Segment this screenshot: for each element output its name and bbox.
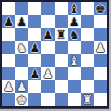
piece-black-bishop-f8: ♝ (69, 3, 80, 15)
square-f2[interactable] (68, 80, 81, 93)
square-f3[interactable] (68, 67, 81, 80)
piece-white-rook-g1: ♜ (82, 94, 93, 106)
piece-white-pawn-d3: ♟ (43, 68, 54, 80)
square-h5[interactable]: ♟ (94, 41, 107, 54)
square-a2[interactable]: ♟ (2, 80, 15, 93)
square-b1[interactable]: ♚ (15, 93, 28, 106)
square-f8[interactable]: ♝ (68, 2, 81, 15)
square-h1[interactable] (94, 93, 107, 106)
square-e6[interactable]: ♜ (55, 28, 68, 41)
square-g2[interactable] (81, 80, 94, 93)
square-a7[interactable]: ♟ (2, 15, 15, 28)
square-a8[interactable] (2, 2, 15, 15)
square-c4[interactable] (28, 54, 41, 67)
piece-black-king-h8: ♚ (95, 3, 106, 15)
square-f1[interactable] (68, 93, 81, 106)
square-f5[interactable] (68, 41, 81, 54)
square-a5[interactable] (2, 41, 15, 54)
square-g1[interactable]: ♜ (81, 93, 94, 106)
piece-white-bishop-f4: ♝ (69, 55, 80, 67)
square-d7[interactable] (41, 15, 54, 28)
square-c3[interactable]: ♟ (28, 67, 41, 80)
piece-white-pawn-h5: ♟ (95, 42, 106, 54)
chess-app-screenshot: ♝♚♟♟♟♟♜♞♞♟♟♝♟♟♟♟♚♜ (0, 0, 111, 111)
square-c5[interactable]: ♟ (28, 41, 41, 54)
square-a6[interactable] (2, 28, 15, 41)
square-h6[interactable] (94, 28, 107, 41)
piece-white-king-b1: ♚ (16, 94, 27, 106)
piece-black-pawn-a7: ♟ (3, 16, 14, 28)
piece-black-knight-f6: ♞ (69, 29, 80, 41)
square-d1[interactable] (41, 93, 54, 106)
square-g4[interactable] (81, 54, 94, 67)
square-h7[interactable] (94, 15, 107, 28)
square-c7[interactable] (28, 15, 41, 28)
piece-black-pawn-c3: ♟ (29, 68, 40, 80)
square-f7[interactable]: ♟ (68, 15, 81, 28)
piece-black-pawn-c5: ♟ (29, 42, 40, 54)
square-g5[interactable] (81, 41, 94, 54)
square-b5[interactable]: ♞ (15, 41, 28, 54)
square-f6[interactable]: ♞ (68, 28, 81, 41)
square-d4[interactable] (41, 54, 54, 67)
square-e2[interactable] (55, 80, 68, 93)
square-c1[interactable] (28, 93, 41, 106)
square-a3[interactable] (2, 67, 15, 80)
square-e4[interactable] (55, 54, 68, 67)
piece-black-rook-e6: ♜ (56, 29, 67, 41)
chess-board: ♝♚♟♟♟♟♜♞♞♟♟♝♟♟♟♟♚♜ (2, 2, 107, 106)
square-g7[interactable] (81, 15, 94, 28)
square-a4[interactable] (2, 54, 15, 67)
square-g3[interactable] (81, 67, 94, 80)
square-d6[interactable]: ♟ (41, 28, 54, 41)
piece-white-pawn-b2: ♟ (16, 81, 27, 93)
square-d8[interactable] (41, 2, 54, 15)
square-b4[interactable] (15, 54, 28, 67)
square-b7[interactable]: ♟ (15, 15, 28, 28)
square-b6[interactable] (15, 28, 28, 41)
piece-white-knight-b5: ♞ (16, 42, 27, 54)
square-e5[interactable] (55, 41, 68, 54)
square-h8[interactable]: ♚ (94, 2, 107, 15)
square-h3[interactable] (94, 67, 107, 80)
piece-black-pawn-f7: ♟ (69, 16, 80, 28)
square-f4[interactable]: ♝ (68, 54, 81, 67)
square-g8[interactable] (81, 2, 94, 15)
square-c2[interactable] (28, 80, 41, 93)
square-d3[interactable]: ♟ (41, 67, 54, 80)
square-h4[interactable] (94, 54, 107, 67)
square-h2[interactable] (94, 80, 107, 93)
square-e7[interactable] (55, 15, 68, 28)
piece-black-pawn-b7: ♟ (16, 16, 27, 28)
square-e8[interactable] (55, 2, 68, 15)
square-g6[interactable] (81, 28, 94, 41)
square-b2[interactable]: ♟ (15, 80, 28, 93)
piece-black-pawn-d6: ♟ (43, 29, 54, 41)
board-frame: ♝♚♟♟♟♟♜♞♞♟♟♝♟♟♟♟♚♜ (0, 0, 109, 109)
piece-white-pawn-a2: ♟ (3, 81, 14, 93)
square-a1[interactable] (2, 93, 15, 106)
square-e1[interactable] (55, 93, 68, 106)
square-b8[interactable] (15, 2, 28, 15)
square-c8[interactable] (28, 2, 41, 15)
square-b3[interactable] (15, 67, 28, 80)
square-d2[interactable] (41, 80, 54, 93)
square-c6[interactable] (28, 28, 41, 41)
square-e3[interactable] (55, 67, 68, 80)
square-d5[interactable] (41, 41, 54, 54)
